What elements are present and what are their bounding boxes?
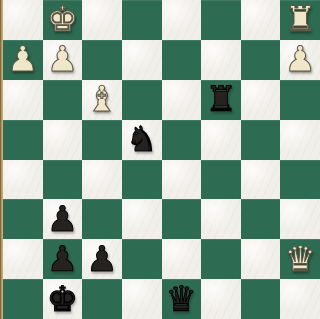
chessboard: ♚♜♟♟♟♝♜♞♟♟♟♛♚♛ xyxy=(0,0,320,319)
square-a2[interactable] xyxy=(3,239,43,279)
square-e6[interactable] xyxy=(162,80,202,120)
square-e4[interactable] xyxy=(162,160,202,200)
piece-white-pawn[interactable]: ♟ xyxy=(47,42,78,77)
square-g1[interactable] xyxy=(241,279,281,319)
square-h8[interactable]: ♜ xyxy=(280,0,320,40)
square-c1[interactable] xyxy=(82,279,122,319)
square-h4[interactable] xyxy=(280,160,320,200)
board-grid: ♚♜♟♟♟♝♜♞♟♟♟♛♚♛ xyxy=(3,0,320,319)
square-c4[interactable] xyxy=(82,160,122,200)
square-g5[interactable] xyxy=(241,120,281,160)
piece-black-rook[interactable]: ♜ xyxy=(205,82,236,117)
square-e5[interactable] xyxy=(162,120,202,160)
piece-black-pawn[interactable]: ♟ xyxy=(47,202,78,237)
square-d5[interactable]: ♞ xyxy=(122,120,162,160)
piece-white-pawn[interactable]: ♟ xyxy=(7,42,38,77)
square-f2[interactable] xyxy=(201,239,241,279)
square-e8[interactable] xyxy=(162,0,202,40)
square-a3[interactable] xyxy=(3,199,43,239)
square-b2[interactable]: ♟ xyxy=(43,239,83,279)
square-b1[interactable]: ♚ xyxy=(43,279,83,319)
square-f5[interactable] xyxy=(201,120,241,160)
square-f7[interactable] xyxy=(201,40,241,80)
square-a6[interactable] xyxy=(3,80,43,120)
square-d3[interactable] xyxy=(122,199,162,239)
square-d1[interactable] xyxy=(122,279,162,319)
square-d8[interactable] xyxy=(122,0,162,40)
square-c7[interactable] xyxy=(82,40,122,80)
square-b3[interactable]: ♟ xyxy=(43,199,83,239)
square-d7[interactable] xyxy=(122,40,162,80)
square-d4[interactable] xyxy=(122,160,162,200)
square-g3[interactable] xyxy=(241,199,281,239)
square-d2[interactable] xyxy=(122,239,162,279)
square-e2[interactable] xyxy=(162,239,202,279)
square-c8[interactable] xyxy=(82,0,122,40)
piece-white-pawn[interactable]: ♟ xyxy=(284,42,315,77)
square-g8[interactable] xyxy=(241,0,281,40)
square-d6[interactable] xyxy=(122,80,162,120)
piece-white-bishop[interactable]: ♝ xyxy=(86,82,117,117)
square-g2[interactable] xyxy=(241,239,281,279)
square-a8[interactable] xyxy=(3,0,43,40)
piece-white-king[interactable]: ♚ xyxy=(47,2,78,37)
square-c6[interactable]: ♝ xyxy=(82,80,122,120)
square-g7[interactable] xyxy=(241,40,281,80)
square-a1[interactable] xyxy=(3,279,43,319)
square-h1[interactable] xyxy=(280,279,320,319)
square-h2[interactable]: ♛ xyxy=(280,239,320,279)
square-f8[interactable] xyxy=(201,0,241,40)
square-a5[interactable] xyxy=(3,120,43,160)
square-h7[interactable]: ♟ xyxy=(280,40,320,80)
square-b5[interactable] xyxy=(43,120,83,160)
square-c3[interactable] xyxy=(82,199,122,239)
piece-white-queen[interactable]: ♛ xyxy=(284,242,315,277)
square-f1[interactable] xyxy=(201,279,241,319)
square-c2[interactable]: ♟ xyxy=(82,239,122,279)
square-e3[interactable] xyxy=(162,199,202,239)
square-a7[interactable]: ♟ xyxy=(3,40,43,80)
square-h3[interactable] xyxy=(280,199,320,239)
square-f6[interactable]: ♜ xyxy=(201,80,241,120)
square-e1[interactable]: ♛ xyxy=(162,279,202,319)
square-g4[interactable] xyxy=(241,160,281,200)
piece-black-king[interactable]: ♚ xyxy=(47,282,78,317)
square-f4[interactable] xyxy=(201,160,241,200)
piece-black-pawn[interactable]: ♟ xyxy=(86,242,117,277)
piece-black-pawn[interactable]: ♟ xyxy=(47,242,78,277)
square-b7[interactable]: ♟ xyxy=(43,40,83,80)
square-b6[interactable] xyxy=(43,80,83,120)
square-f3[interactable] xyxy=(201,199,241,239)
square-g6[interactable] xyxy=(241,80,281,120)
square-b4[interactable] xyxy=(43,160,83,200)
piece-black-queen[interactable]: ♛ xyxy=(166,282,197,317)
square-e7[interactable] xyxy=(162,40,202,80)
piece-white-rook[interactable]: ♜ xyxy=(284,2,315,37)
square-h5[interactable] xyxy=(280,120,320,160)
square-a4[interactable] xyxy=(3,160,43,200)
square-c5[interactable] xyxy=(82,120,122,160)
square-b8[interactable]: ♚ xyxy=(43,0,83,40)
square-h6[interactable] xyxy=(280,80,320,120)
piece-black-knight[interactable]: ♞ xyxy=(126,122,157,157)
